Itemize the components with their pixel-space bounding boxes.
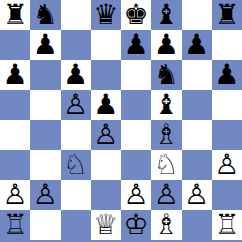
square-e8[interactable]: ♚ bbox=[121, 0, 151, 30]
square-c4[interactable] bbox=[61, 120, 91, 150]
square-h5[interactable] bbox=[212, 90, 242, 120]
square-h7[interactable] bbox=[212, 30, 242, 60]
square-d1[interactable]: ♕ bbox=[91, 210, 121, 240]
square-g3[interactable] bbox=[182, 150, 212, 180]
white-knight-piece: ♘ bbox=[63, 150, 88, 180]
square-h8[interactable]: ♜ bbox=[212, 0, 242, 30]
square-g8[interactable] bbox=[182, 0, 212, 30]
square-b1[interactable] bbox=[30, 210, 60, 240]
square-d8[interactable]: ♛ bbox=[91, 0, 121, 30]
square-a6[interactable]: ♟ bbox=[0, 60, 30, 90]
square-h3[interactable]: ♙ bbox=[212, 150, 242, 180]
square-c3[interactable]: ♘ bbox=[61, 150, 91, 180]
black-pawn-piece: ♟ bbox=[33, 30, 58, 60]
white-rook-piece: ♖ bbox=[3, 210, 28, 240]
chess-board-wrapper: ♜♞♛♚♝♜♟♟♟♟♟♟♞♟♙♟♝♙♗♘♘♙♙♙♙♙♙♖♕♔♗♖ bbox=[0, 0, 242, 242]
square-c5[interactable]: ♙ bbox=[61, 90, 91, 120]
square-g6[interactable] bbox=[182, 60, 212, 90]
square-h4[interactable] bbox=[212, 120, 242, 150]
square-b8[interactable]: ♞ bbox=[30, 0, 60, 30]
white-pawn-piece: ♙ bbox=[93, 120, 118, 150]
square-c6[interactable]: ♟ bbox=[61, 60, 91, 90]
square-d2[interactable] bbox=[91, 180, 121, 210]
square-a2[interactable]: ♙ bbox=[0, 180, 30, 210]
black-pawn-piece: ♟ bbox=[63, 60, 88, 90]
square-b6[interactable] bbox=[30, 60, 60, 90]
square-c7[interactable] bbox=[61, 30, 91, 60]
white-knight-piece: ♘ bbox=[154, 150, 179, 180]
square-f6[interactable]: ♞ bbox=[151, 60, 181, 90]
square-a1[interactable]: ♖ bbox=[0, 210, 30, 240]
black-king-piece: ♚ bbox=[124, 0, 149, 30]
square-c8[interactable] bbox=[61, 0, 91, 30]
square-a5[interactable] bbox=[0, 90, 30, 120]
square-a8[interactable]: ♜ bbox=[0, 0, 30, 30]
black-bishop-piece: ♝ bbox=[154, 90, 179, 120]
black-pawn-piece: ♟ bbox=[214, 60, 239, 90]
black-pawn-piece: ♟ bbox=[184, 30, 209, 60]
square-c2[interactable] bbox=[61, 180, 91, 210]
white-rook-piece: ♖ bbox=[214, 210, 239, 240]
white-pawn-piece: ♙ bbox=[3, 180, 28, 210]
white-pawn-piece: ♙ bbox=[154, 180, 179, 210]
square-d4[interactable]: ♙ bbox=[91, 120, 121, 150]
square-b5[interactable] bbox=[30, 90, 60, 120]
white-king-piece: ♔ bbox=[124, 210, 149, 240]
black-queen-piece: ♛ bbox=[93, 0, 118, 30]
chess-board: ♜♞♛♚♝♜♟♟♟♟♟♟♞♟♙♟♝♙♗♘♘♙♙♙♙♙♙♖♕♔♗♖ bbox=[0, 0, 242, 240]
square-a7[interactable] bbox=[0, 30, 30, 60]
white-pawn-piece: ♙ bbox=[184, 180, 209, 210]
square-d6[interactable] bbox=[91, 60, 121, 90]
white-pawn-piece: ♙ bbox=[33, 180, 58, 210]
square-e4[interactable] bbox=[121, 120, 151, 150]
black-pawn-piece: ♟ bbox=[3, 60, 28, 90]
square-a4[interactable] bbox=[0, 120, 30, 150]
square-b4[interactable] bbox=[30, 120, 60, 150]
white-pawn-piece: ♙ bbox=[63, 90, 88, 120]
square-f2[interactable]: ♙ bbox=[151, 180, 181, 210]
square-g1[interactable] bbox=[182, 210, 212, 240]
square-e5[interactable] bbox=[121, 90, 151, 120]
square-e6[interactable] bbox=[121, 60, 151, 90]
square-h1[interactable]: ♖ bbox=[212, 210, 242, 240]
black-pawn-piece: ♟ bbox=[124, 30, 149, 60]
white-queen-piece: ♕ bbox=[93, 210, 118, 240]
black-knight-piece: ♞ bbox=[33, 0, 58, 30]
square-b7[interactable]: ♟ bbox=[30, 30, 60, 60]
black-bishop-piece: ♝ bbox=[154, 0, 179, 30]
square-g5[interactable] bbox=[182, 90, 212, 120]
square-h6[interactable]: ♟ bbox=[212, 60, 242, 90]
square-h2[interactable] bbox=[212, 180, 242, 210]
square-f1[interactable]: ♗ bbox=[151, 210, 181, 240]
square-e1[interactable]: ♔ bbox=[121, 210, 151, 240]
square-e3[interactable] bbox=[121, 150, 151, 180]
white-pawn-piece: ♙ bbox=[214, 150, 239, 180]
black-rook-piece: ♜ bbox=[3, 0, 28, 30]
square-d5[interactable]: ♟ bbox=[91, 90, 121, 120]
square-g2[interactable]: ♙ bbox=[182, 180, 212, 210]
square-g4[interactable] bbox=[182, 120, 212, 150]
square-g7[interactable]: ♟ bbox=[182, 30, 212, 60]
square-d7[interactable] bbox=[91, 30, 121, 60]
black-pawn-piece: ♟ bbox=[93, 90, 118, 120]
square-f3[interactable]: ♘ bbox=[151, 150, 181, 180]
white-bishop-piece: ♗ bbox=[154, 210, 179, 240]
square-d3[interactable] bbox=[91, 150, 121, 180]
black-knight-piece: ♞ bbox=[154, 60, 179, 90]
square-f8[interactable]: ♝ bbox=[151, 0, 181, 30]
square-f5[interactable]: ♝ bbox=[151, 90, 181, 120]
white-pawn-piece: ♙ bbox=[124, 180, 149, 210]
square-c1[interactable] bbox=[61, 210, 91, 240]
square-a3[interactable] bbox=[0, 150, 30, 180]
square-b2[interactable]: ♙ bbox=[30, 180, 60, 210]
square-f4[interactable]: ♗ bbox=[151, 120, 181, 150]
white-bishop-piece: ♗ bbox=[154, 120, 179, 150]
black-pawn-piece: ♟ bbox=[154, 30, 179, 60]
black-rook-piece: ♜ bbox=[214, 0, 239, 30]
square-e2[interactable]: ♙ bbox=[121, 180, 151, 210]
square-f7[interactable]: ♟ bbox=[151, 30, 181, 60]
square-e7[interactable]: ♟ bbox=[121, 30, 151, 60]
square-b3[interactable] bbox=[30, 150, 60, 180]
